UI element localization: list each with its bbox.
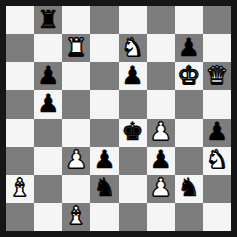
white-knight-h3[interactable]: ♞ xyxy=(206,147,228,172)
square-h8[interactable] xyxy=(203,6,231,34)
black-king-e4[interactable]: ♚ xyxy=(121,119,143,144)
square-e4[interactable]: ♚ xyxy=(119,119,147,147)
square-g8[interactable] xyxy=(175,6,203,34)
square-e8[interactable] xyxy=(119,6,147,34)
square-d4[interactable] xyxy=(90,119,118,147)
square-e7[interactable]: ♞ xyxy=(119,34,147,62)
square-d5[interactable] xyxy=(90,90,118,118)
square-d1[interactable] xyxy=(90,203,118,231)
square-c2[interactable] xyxy=(62,175,90,203)
black-pawn-f3[interactable]: ♟ xyxy=(149,147,171,172)
square-b8[interactable]: ♜ xyxy=(34,6,62,34)
square-h4[interactable]: ♟ xyxy=(203,119,231,147)
square-b7[interactable] xyxy=(34,34,62,62)
square-a3[interactable] xyxy=(6,147,34,175)
white-knight-e7[interactable]: ♞ xyxy=(121,35,143,60)
square-h1[interactable] xyxy=(203,203,231,231)
square-d6[interactable] xyxy=(90,62,118,90)
square-h7[interactable] xyxy=(203,34,231,62)
square-b2[interactable] xyxy=(34,175,62,203)
white-pawn-f2[interactable]: ♟ xyxy=(149,175,171,200)
black-rook-b8[interactable]: ♜ xyxy=(37,7,59,32)
square-e3[interactable] xyxy=(119,147,147,175)
square-a1[interactable] xyxy=(6,203,34,231)
square-c1[interactable]: ♝ xyxy=(62,203,90,231)
square-g6[interactable]: ♚ xyxy=(175,62,203,90)
black-knight-d2[interactable]: ♞ xyxy=(93,175,115,200)
black-pawn-e6[interactable]: ♟ xyxy=(121,63,143,88)
square-f1[interactable] xyxy=(147,203,175,231)
square-a2[interactable]: ♝ xyxy=(6,175,34,203)
square-h6[interactable]: ♛ xyxy=(203,62,231,90)
square-d3[interactable]: ♟ xyxy=(90,147,118,175)
white-bishop-a2[interactable]: ♝ xyxy=(9,175,31,200)
white-rook-c7[interactable]: ♜ xyxy=(65,35,87,60)
square-a4[interactable] xyxy=(6,119,34,147)
square-b6[interactable]: ♟ xyxy=(34,62,62,90)
square-d8[interactable] xyxy=(90,6,118,34)
white-queen-h6[interactable]: ♛ xyxy=(206,63,228,88)
square-c8[interactable] xyxy=(62,6,90,34)
square-f8[interactable] xyxy=(147,6,175,34)
square-b3[interactable] xyxy=(34,147,62,175)
square-a7[interactable] xyxy=(6,34,34,62)
square-f6[interactable] xyxy=(147,62,175,90)
square-f3[interactable]: ♟ xyxy=(147,147,175,175)
black-knight-g2[interactable]: ♞ xyxy=(178,175,200,200)
square-c3[interactable]: ♟ xyxy=(62,147,90,175)
square-g5[interactable] xyxy=(175,90,203,118)
square-c6[interactable] xyxy=(62,62,90,90)
square-a5[interactable] xyxy=(6,90,34,118)
square-f2[interactable]: ♟ xyxy=(147,175,175,203)
black-pawn-d3[interactable]: ♟ xyxy=(93,147,115,172)
square-d2[interactable]: ♞ xyxy=(90,175,118,203)
square-g1[interactable] xyxy=(175,203,203,231)
square-b4[interactable] xyxy=(34,119,62,147)
black-pawn-h4[interactable]: ♟ xyxy=(206,119,228,144)
square-c7[interactable]: ♜ xyxy=(62,34,90,62)
square-c4[interactable] xyxy=(62,119,90,147)
square-a8[interactable] xyxy=(6,6,34,34)
white-bishop-c1[interactable]: ♝ xyxy=(65,203,87,228)
white-pawn-f4[interactable]: ♟ xyxy=(149,119,171,144)
square-d7[interactable] xyxy=(90,34,118,62)
square-e6[interactable]: ♟ xyxy=(119,62,147,90)
square-f4[interactable]: ♟ xyxy=(147,119,175,147)
square-b1[interactable] xyxy=(34,203,62,231)
black-pawn-g7[interactable]: ♟ xyxy=(178,35,200,60)
square-e5[interactable] xyxy=(119,90,147,118)
chess-board-frame: ♜♜♞♟♟♟♚♛♟♚♟♟♟♟♟♞♝♞♟♞♝ xyxy=(0,0,237,237)
square-f7[interactable] xyxy=(147,34,175,62)
square-h5[interactable] xyxy=(203,90,231,118)
white-pawn-c3[interactable]: ♟ xyxy=(65,147,87,172)
white-king-g6[interactable]: ♚ xyxy=(178,63,200,88)
black-pawn-b6[interactable]: ♟ xyxy=(37,63,59,88)
square-h2[interactable] xyxy=(203,175,231,203)
square-g3[interactable] xyxy=(175,147,203,175)
square-a6[interactable] xyxy=(6,62,34,90)
black-pawn-b5[interactable]: ♟ xyxy=(37,91,59,116)
square-c5[interactable] xyxy=(62,90,90,118)
square-h3[interactable]: ♞ xyxy=(203,147,231,175)
square-g4[interactable] xyxy=(175,119,203,147)
square-e1[interactable] xyxy=(119,203,147,231)
square-b5[interactable]: ♟ xyxy=(34,90,62,118)
square-g7[interactable]: ♟ xyxy=(175,34,203,62)
chess-board: ♜♜♞♟♟♟♚♛♟♚♟♟♟♟♟♞♝♞♟♞♝ xyxy=(6,6,231,231)
square-g2[interactable]: ♞ xyxy=(175,175,203,203)
square-e2[interactable] xyxy=(119,175,147,203)
square-f5[interactable] xyxy=(147,90,175,118)
